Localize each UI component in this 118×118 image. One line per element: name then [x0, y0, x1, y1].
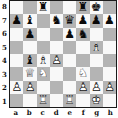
square-c6[interactable] — [37, 28, 50, 41]
black-pawn: ♟ — [10, 14, 23, 27]
square-g4[interactable] — [90, 54, 103, 67]
square-c5[interactable] — [37, 41, 50, 54]
white-pawn: ♟♙ — [90, 81, 103, 94]
file-label-f: f — [77, 108, 91, 118]
white-knight: ♞♘ — [37, 67, 50, 80]
square-h7[interactable]: ♟ — [103, 14, 116, 27]
square-a8[interactable] — [10, 1, 23, 14]
file-label-e: e — [63, 108, 77, 118]
black-knight: ♞ — [50, 14, 63, 27]
square-h8[interactable] — [103, 1, 116, 14]
square-h5[interactable] — [103, 41, 116, 54]
square-b3[interactable]: ♛♕ — [23, 67, 36, 80]
white-pawn: ♟♙ — [23, 81, 36, 94]
square-e2[interactable] — [63, 81, 76, 94]
file-label-d: d — [50, 108, 64, 118]
chess-board: ♜♜♚♟♝♞♛♟♟♟♟♟♞♝♗♝♝♗♟♙♛♕♞♘♞♘♟♙♟♙♟♙♟♙♟♙♜♖♜♖… — [9, 0, 117, 108]
square-h6[interactable] — [103, 28, 116, 41]
square-d4[interactable]: ♟♙ — [50, 54, 63, 67]
black-queen: ♛ — [63, 14, 76, 27]
file-label-c: c — [36, 108, 50, 118]
square-a6[interactable] — [10, 28, 23, 41]
square-a2[interactable]: ♟♙ — [10, 81, 23, 94]
square-c8[interactable]: ♜ — [37, 1, 50, 14]
square-g5[interactable]: ♝♗ — [90, 41, 103, 54]
square-f5[interactable] — [76, 41, 89, 54]
black-rook: ♜ — [76, 1, 89, 14]
square-d6[interactable] — [50, 28, 63, 41]
white-king: ♚♔ — [90, 94, 103, 107]
file-labels: abcdefgh — [9, 108, 117, 118]
rank-label-7: 7 — [0, 14, 9, 28]
white-rook: ♜♖ — [37, 94, 50, 107]
rank-label-8: 8 — [0, 0, 9, 14]
board-corner-spacer — [0, 108, 9, 118]
rank-label-2: 2 — [0, 81, 9, 95]
square-b5[interactable] — [23, 41, 36, 54]
square-f3[interactable]: ♞♘ — [76, 67, 89, 80]
square-f8[interactable]: ♜ — [76, 1, 89, 14]
black-pawn: ♟ — [63, 28, 76, 41]
square-g3[interactable] — [90, 67, 103, 80]
black-bishop: ♝ — [23, 54, 36, 67]
rank-labels: 87654321 — [0, 0, 9, 108]
square-e3[interactable] — [63, 67, 76, 80]
square-g7[interactable]: ♟ — [90, 14, 103, 27]
square-g1[interactable]: ♚♔ — [90, 94, 103, 107]
black-pawn: ♟ — [23, 28, 36, 41]
black-pawn: ♟ — [90, 14, 103, 27]
square-f6[interactable]: ♞ — [76, 28, 89, 41]
square-c4[interactable]: ♝♗ — [37, 54, 50, 67]
square-e5[interactable] — [63, 41, 76, 54]
file-label-a: a — [9, 108, 23, 118]
square-c3[interactable]: ♞♘ — [37, 67, 50, 80]
white-pawn: ♟♙ — [76, 81, 89, 94]
file-label-b: b — [23, 108, 37, 118]
black-bishop: ♝ — [23, 14, 36, 27]
square-b1[interactable] — [23, 94, 36, 107]
square-a7[interactable]: ♟ — [10, 14, 23, 27]
white-pawn: ♟♙ — [103, 81, 116, 94]
square-f7[interactable]: ♟ — [76, 14, 89, 27]
black-knight: ♞ — [76, 28, 89, 41]
square-c1[interactable]: ♜♖ — [37, 94, 50, 107]
square-h3[interactable] — [103, 67, 116, 80]
square-f1[interactable] — [76, 94, 89, 107]
square-d1[interactable] — [50, 94, 63, 107]
white-queen: ♛♕ — [23, 67, 36, 80]
square-d2[interactable] — [50, 81, 63, 94]
square-f2[interactable]: ♟♙ — [76, 81, 89, 94]
square-g2[interactable]: ♟♙ — [90, 81, 103, 94]
square-g6[interactable] — [90, 28, 103, 41]
square-d5[interactable] — [50, 41, 63, 54]
square-e7[interactable]: ♛ — [63, 14, 76, 27]
square-d3[interactable] — [50, 67, 63, 80]
rank-label-3: 3 — [0, 68, 9, 82]
square-e6[interactable]: ♟ — [63, 28, 76, 41]
rank-label-1: 1 — [0, 95, 9, 109]
square-b8[interactable] — [23, 1, 36, 14]
square-g8[interactable]: ♚ — [90, 1, 103, 14]
rank-label-6: 6 — [0, 27, 9, 41]
black-pawn: ♟ — [103, 14, 116, 27]
square-e8[interactable] — [63, 1, 76, 14]
square-d8[interactable] — [50, 1, 63, 14]
file-label-g: g — [90, 108, 104, 118]
rank-label-4: 4 — [0, 54, 9, 68]
white-knight: ♞♘ — [76, 67, 89, 80]
square-h4[interactable] — [103, 54, 116, 67]
square-b6[interactable]: ♟ — [23, 28, 36, 41]
rank-label-5: 5 — [0, 41, 9, 55]
square-h2[interactable]: ♟♙ — [103, 81, 116, 94]
square-b7[interactable]: ♝ — [23, 14, 36, 27]
black-pawn: ♟ — [76, 14, 89, 27]
square-a4[interactable] — [10, 54, 23, 67]
black-king: ♚ — [90, 1, 103, 14]
square-c2[interactable] — [37, 81, 50, 94]
square-a3[interactable] — [10, 67, 23, 80]
square-a1[interactable] — [10, 94, 23, 107]
square-a5[interactable] — [10, 41, 23, 54]
square-h1[interactable] — [103, 94, 116, 107]
file-label-h: h — [104, 108, 118, 118]
chess-diagram: 87654321 ♜♜♚♟♝♞♛♟♟♟♟♟♞♝♗♝♝♗♟♙♛♕♞♘♞♘♟♙♟♙♟… — [0, 0, 118, 118]
square-e1[interactable]: ♜♖ — [63, 94, 76, 107]
black-rook: ♜ — [37, 1, 50, 14]
square-b4[interactable]: ♝ — [23, 54, 36, 67]
square-b2[interactable]: ♟♙ — [23, 81, 36, 94]
square-d7[interactable]: ♞ — [50, 14, 63, 27]
white-pawn: ♟♙ — [10, 81, 23, 94]
white-pawn: ♟♙ — [50, 54, 63, 67]
square-e4[interactable] — [63, 54, 76, 67]
white-rook: ♜♖ — [63, 94, 76, 107]
white-bishop: ♝♗ — [37, 54, 50, 67]
square-c7[interactable] — [37, 14, 50, 27]
square-f4[interactable] — [76, 54, 89, 67]
white-bishop: ♝♗ — [90, 41, 103, 54]
